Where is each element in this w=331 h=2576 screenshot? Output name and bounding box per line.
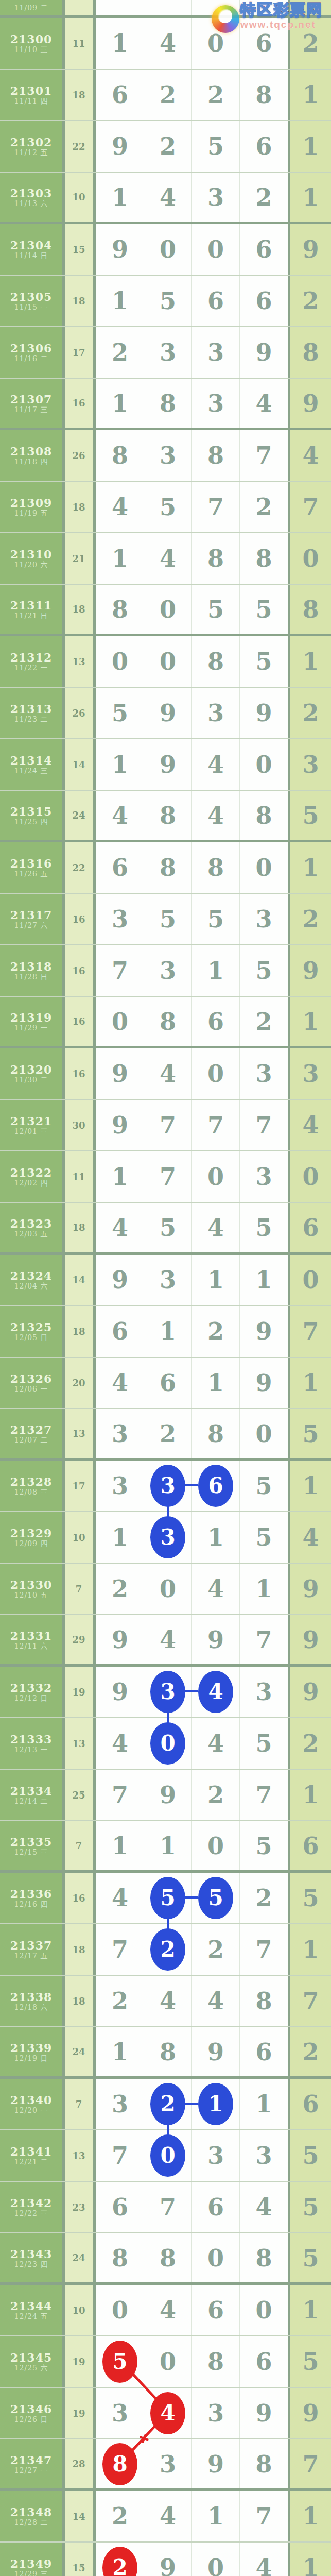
digit-cell: 8 (240, 2439, 290, 2488)
digit-value: 4 (112, 804, 128, 827)
period-number: 21345 (10, 2352, 53, 2363)
draw-row-21301: 2130111/11 四1862281 (0, 70, 331, 121)
highlighted-digit-blue: 2 (150, 1928, 185, 1971)
digit-cell: 3 (192, 2130, 240, 2181)
digit-value: 9 (255, 1371, 272, 1395)
digit-value: 7 (255, 1628, 272, 1652)
digit-value: 7 (255, 1113, 272, 1137)
sum-value: 18 (72, 502, 85, 513)
draw-row-21343: 2134312/23 四2488085 (0, 2233, 331, 2285)
digit-value: 3 (207, 392, 224, 415)
sum-cell: 28 (65, 2439, 96, 2488)
digit-value: 4 (255, 392, 272, 415)
sum-value: 15 (72, 2563, 85, 2573)
digit-value: 5 (302, 2195, 319, 2219)
digit-value: 4 (207, 753, 224, 776)
digit-value: 0 (255, 856, 272, 879)
sum-value: 24 (72, 810, 85, 821)
digit-cell: 8 (144, 791, 192, 840)
digit-value: 7 (160, 1165, 176, 1189)
digit-value: 8 (112, 444, 128, 467)
digit-value: 1 (207, 1268, 224, 1292)
digit-value: 4 (302, 1113, 319, 1137)
period-number: 21328 (10, 1476, 53, 1487)
digit-cell: 8 (240, 2233, 290, 2282)
digit-cell: 6 (240, 2027, 290, 2076)
digit-cell: 5 (144, 1873, 192, 1923)
period-number: 21343 (10, 2248, 53, 2260)
draw-date: 12/16 四 (14, 1901, 48, 1908)
digit-value: 9 (160, 1783, 176, 1807)
draw-date: 12/05 日 (14, 1334, 48, 1341)
digit-cell: 6 (240, 18, 290, 69)
draw-date: 12/08 三 (14, 1488, 48, 1496)
draw-row-21315: 2131511/25 四2448485 (0, 791, 331, 842)
draw-row-21311: 2131111/21 日1880558 (0, 585, 331, 636)
digit-value: 1 (302, 1474, 319, 1498)
sum-value: 22 (72, 141, 85, 152)
digit-cell: 9 (240, 2388, 290, 2438)
sum-value: 18 (72, 296, 85, 307)
digit-cell: 8 (96, 2233, 144, 2282)
digit-value: 3 (255, 1165, 272, 1189)
sum-cell: 24 (65, 791, 96, 840)
digit-value: 4 (255, 2556, 272, 2576)
period-number: 21323 (10, 1218, 53, 1229)
period-number: 21337 (10, 1940, 53, 1951)
period-cell: 2132412/04 六 (0, 1255, 65, 1305)
period-cell: 2134612/26 日 (0, 2388, 65, 2438)
digit-cell: 1 (96, 173, 144, 222)
draw-row-21349: 2134912/29 三1529041 (0, 2543, 331, 2576)
digit-cell: 1 (96, 276, 144, 326)
digit-value: 1 (207, 959, 224, 982)
sum-value: 13 (72, 2150, 85, 2161)
digit-cell: 3 (144, 327, 192, 378)
digit-value: 3 (255, 1062, 272, 1086)
draw-date: 11/29 一 (14, 1024, 48, 1031)
draw-date: 12/20 一 (14, 2107, 48, 2114)
highlighted-digit-blue: 1 (198, 2083, 233, 2125)
draw-row-21331: 2133112/11 六2994979 (0, 1615, 331, 1667)
digit-value: 4 (160, 1062, 176, 1086)
digit-cell: 5 (290, 1409, 331, 1458)
draw-row-21348: 2134812/28 二1424171 (0, 2491, 331, 2543)
draw-row-21328: 2132812/08 三1733651 (0, 1461, 331, 1512)
draw-date: 12/14 二 (14, 1798, 48, 1805)
digit-value: 3 (207, 701, 224, 725)
digit-value: 9 (112, 1062, 128, 1086)
draw-row-21300: 2130011/10 三1114062 (0, 18, 331, 70)
digit-value: 0 (207, 2556, 224, 2576)
digit-cell: 0 (144, 224, 192, 275)
digit-cell: 3 (240, 894, 290, 944)
connector-horizontal (185, 1690, 198, 1692)
digit-value: 9 (160, 2556, 176, 2576)
sum-cell: 19 (65, 2336, 96, 2387)
digit-cell: 8 (144, 842, 192, 893)
draw-date: 12/26 日 (14, 2416, 48, 2423)
period-cell: 2130411/14 日 (0, 224, 65, 275)
draw-date: 11/20 六 (14, 561, 48, 568)
digit-cell: 4 (144, 2491, 192, 2541)
digit-value: 3 (207, 2144, 224, 2167)
digit-value: 8 (207, 1422, 224, 1446)
highlighted-digit-blue: 5 (150, 1877, 185, 1919)
digit-cell: 9 (240, 1358, 290, 1408)
digit-cell: 4 (290, 1512, 331, 1563)
sum-cell: 7 (65, 1564, 96, 1614)
period-number: 21344 (10, 2300, 53, 2312)
sum-cell: 14 (65, 739, 96, 790)
digit-cell: 4 (144, 1976, 192, 2026)
draw-row-21308: 2130811/18 四2683874 (0, 430, 331, 482)
digit-value: 0 (160, 650, 176, 673)
digit-cell: 2 (290, 2027, 331, 2076)
digit-value: 5 (255, 650, 272, 673)
digit-cell: 3 (96, 2388, 144, 2438)
sum-value: 14 (72, 759, 85, 770)
period-number: 21333 (10, 1734, 53, 1745)
digit-cell: 9 (192, 2027, 240, 2076)
digit-value: 4 (160, 1989, 176, 2013)
highlighted-digit-blue: 6 (198, 1465, 233, 1507)
digit-value: 7 (112, 2144, 128, 2167)
digit-value: 2 (302, 31, 319, 55)
digit-value: 8 (302, 598, 319, 621)
digit-cell: 8 (240, 1976, 290, 2026)
digit-cell: 4 (96, 1873, 144, 1923)
digit-cell: 3 (144, 1461, 192, 1511)
period-cell: 2132812/08 三 (0, 1461, 65, 1511)
digit-value: 7 (255, 444, 272, 467)
draw-date: 12/29 三 (14, 2570, 48, 2576)
digit-value: 1 (302, 1938, 319, 1961)
digit-value: 5 (255, 598, 272, 621)
draw-row-21316: 2131611/26 五2268801 (0, 842, 331, 894)
period-cell: 2131411/24 三 (0, 739, 65, 790)
digit-cell: 9 (290, 2388, 331, 2438)
period-cell: 2130611/16 二 (0, 327, 65, 378)
period-cell: 11/09 二 (0, 0, 65, 15)
sum-cell: 17 (65, 1461, 96, 1511)
digit-value: 1 (302, 185, 319, 209)
draw-row-21324: 2132412/04 六1493110 (0, 1255, 331, 1306)
digit-cell: 1 (96, 739, 144, 790)
draw-date: 11/15 一 (14, 303, 48, 311)
highlighted-digit-blue: 0 (150, 2134, 185, 2177)
digit-cell: 6 (144, 1358, 192, 1408)
draw-row-21326: 2132612/06 一2046191 (0, 1358, 331, 1409)
digit-value: 8 (160, 804, 176, 827)
draw-date: 12/12 日 (14, 1694, 48, 1702)
digit-value: 5 (302, 2144, 319, 2167)
digit-value: 7 (302, 2452, 319, 2476)
period-number: 21342 (10, 2197, 53, 2209)
digit-value: 5 (160, 289, 176, 313)
digit-value: 8 (207, 444, 224, 467)
digit-value: 4 (112, 1216, 128, 1240)
digit-cell: 8 (96, 430, 144, 481)
digit-value: 7 (255, 1783, 272, 1807)
digit-cell: 0 (290, 533, 331, 584)
digit-cell: 1 (96, 1821, 144, 1870)
digit-cell: 7 (290, 1976, 331, 2026)
digit-cell: 0 (192, 2543, 240, 2576)
digit-cell: 0 (192, 1151, 240, 1202)
digit-value: 0 (207, 1165, 224, 1189)
sum-cell: 15 (65, 2543, 96, 2576)
sum-value: 23 (72, 2202, 85, 2213)
digit-value: 7 (302, 1989, 319, 2013)
draw-date: 12/01 三 (14, 1128, 48, 1135)
digit-cell: 6 (96, 1306, 144, 1357)
digit-cell: 3 (144, 1255, 192, 1305)
draw-row-21334: 2133412/14 二2579271 (0, 1770, 331, 1821)
digit-value: 4 (207, 1216, 224, 1240)
digit-value: 9 (302, 959, 319, 982)
lottery-trend-chart: 11/09 二2130011/10 三11140622130111/11 四18… (0, 0, 331, 2576)
digit-value: 8 (207, 547, 224, 570)
draw-date: 11/13 六 (14, 200, 48, 207)
highlighted-digit-blue: 4 (198, 1671, 233, 1713)
digit-value: 7 (255, 1938, 272, 1961)
period-cell: 2130711/17 三 (0, 379, 65, 428)
digit-cell: 3 (96, 1461, 144, 1511)
digit-value: 3 (160, 1268, 176, 1292)
digit-cell: 8 (144, 997, 192, 1046)
period-cell: 2133512/15 三 (0, 1821, 65, 1870)
draw-row-21327: 2132712/07 二1332805 (0, 1409, 331, 1461)
digit-value: 5 (302, 2350, 319, 2374)
digit-cell: 7 (96, 945, 144, 996)
digit-cell: 4 (96, 1358, 144, 1408)
digit-cell: 8 (192, 842, 240, 893)
period-number: 21312 (10, 652, 53, 663)
digit-value: 8 (207, 856, 224, 879)
digit-cell: 4 (144, 1615, 192, 1664)
digit-value: 0 (160, 238, 176, 261)
digit-cell: 0 (240, 1409, 290, 1458)
digit-value: 1 (112, 289, 128, 313)
digit-cell: 5 (290, 2336, 331, 2387)
period-cell: 2134712/27 一 (0, 2439, 65, 2488)
sum-cell: 14 (65, 2491, 96, 2541)
digit-value: 4 (160, 31, 176, 55)
period-cell: 2131511/25 四 (0, 791, 65, 840)
sum-cell: 21 (65, 533, 96, 584)
period-cell: 2131111/21 日 (0, 585, 65, 634)
digit-value: 4 (207, 1732, 224, 1755)
digit-cell: 4 (144, 173, 192, 222)
digit-cell: 9 (144, 2543, 192, 2576)
digit-cell: 2 (96, 1976, 144, 2026)
digit-cell: 8 (144, 2027, 192, 2076)
digit-cell: 1 (96, 379, 144, 428)
draw-row-21303: 2130311/13 六1014321 (0, 173, 331, 224)
digit-value: 7 (302, 1319, 319, 1343)
digit-value: 2 (112, 2504, 128, 2528)
digit-value: 1 (112, 1526, 128, 1549)
digit-cell: 5 (290, 791, 331, 840)
digit-value: 0 (160, 598, 176, 621)
digit-cell: 6 (240, 224, 290, 275)
draw-date: 12/22 三 (14, 2210, 48, 2217)
sum-cell: 16 (65, 945, 96, 996)
period-cell: 2132912/09 四 (0, 1512, 65, 1563)
digit-cell: 4 (144, 1048, 192, 1099)
digit-cell: 1 (240, 2079, 290, 2129)
draw-row-21329: 2132912/09 四1013154 (0, 1512, 331, 1564)
period-cell: 2133712/17 五 (0, 1924, 65, 1975)
draw-date: 11/27 六 (14, 922, 48, 929)
digit-value: 2 (207, 1783, 224, 1807)
digit-cell: 9 (96, 1100, 144, 1150)
digit-value: 3 (255, 1680, 272, 1704)
digit-value: 7 (160, 1113, 176, 1137)
period-number: 21330 (10, 1579, 53, 1590)
period-number: 21324 (10, 1270, 53, 1281)
period-cell: 2134512/25 六 (0, 2336, 65, 2387)
digit-value: 5 (207, 907, 224, 931)
digit-cell: 3 (290, 1048, 331, 1099)
draw-date: 12/18 六 (14, 2004, 48, 2011)
period-number: 21318 (10, 961, 53, 972)
digit-value: 0 (207, 1062, 224, 1086)
draw-row-21332: 2133212/12 日1993439 (0, 1667, 331, 1718)
digit-cell: 0 (96, 997, 144, 1046)
digit-cell: 7 (290, 482, 331, 532)
digit-cell (192, 0, 240, 15)
digit-value: 0 (255, 2298, 272, 2322)
sum-cell: 18 (65, 1203, 96, 1252)
digit-cell: 4 (144, 2285, 192, 2335)
digit-cell: 2 (290, 688, 331, 738)
draw-row-21318: 2131811/28 日1673159 (0, 945, 331, 997)
digit-value: 1 (112, 1165, 128, 1189)
sum-cell: 22 (65, 121, 96, 172)
digit-value: 4 (160, 185, 176, 209)
sum-value: 29 (72, 1634, 85, 1645)
digit-cell: 2 (192, 1770, 240, 1820)
draw-date: 12/02 四 (14, 1179, 48, 1187)
digit-value: 5 (255, 1834, 272, 1858)
digit-cell: 1 (290, 2543, 331, 2576)
draw-row-21302: 2130211/12 五2292561 (0, 121, 331, 173)
digit-cell: 0 (192, 1048, 240, 1099)
sum-cell: 13 (65, 636, 96, 687)
digit-cell: 6 (192, 276, 240, 326)
digit-value: 9 (302, 1628, 319, 1652)
digit-cell: 1 (290, 121, 331, 172)
highlighted-digit-red: 4 (150, 2392, 185, 2434)
digit-value: 5 (302, 1886, 319, 1910)
digit-cell: 8 (192, 430, 240, 481)
draw-row-21322: 2132212/02 四1117030 (0, 1151, 331, 1203)
digit-cell: 7 (240, 1100, 290, 1150)
digit-cell: 6 (192, 1461, 240, 1511)
digit-cell: 5 (240, 1203, 290, 1252)
period-cell: 2131711/27 六 (0, 894, 65, 944)
digit-value: 9 (112, 1268, 128, 1292)
digit-cell: 4 (192, 1718, 240, 1769)
digit-cell: 1 (290, 2285, 331, 2335)
digit-cell: 2 (96, 327, 144, 378)
digit-cell: 0 (240, 2285, 290, 2335)
digit-cell: 1 (290, 1924, 331, 1975)
draw-date: 11/19 五 (14, 510, 48, 517)
period-cell: 2131911/29 一 (0, 997, 65, 1046)
digit-cell: 8 (290, 327, 331, 378)
digit-cell: 4 (96, 1718, 144, 1769)
digit-value: 6 (207, 1010, 224, 1033)
sum-cell: 13 (65, 2130, 96, 2181)
sum-value: 16 (72, 1016, 85, 1027)
draw-row-21305: 2130511/15 一1815662 (0, 276, 331, 327)
draw-date: 12/15 三 (14, 1849, 48, 1856)
digit-cell: 1 (240, 1255, 290, 1305)
draw-date: 11/24 三 (14, 767, 48, 774)
draw-row-21347: 2134712/27 一2883987 (0, 2439, 331, 2491)
digit-cell: 3 (96, 894, 144, 944)
digit-value: 3 (207, 2401, 224, 2425)
digit-value: 3 (112, 1474, 128, 1498)
digit-value: 7 (302, 495, 319, 519)
digit-cell: 4 (240, 2543, 290, 2576)
digit-cell: 2 (240, 997, 290, 1046)
digit-cell: 9 (290, 1615, 331, 1664)
sum-cell: 16 (65, 1873, 96, 1923)
digit-value: 9 (302, 392, 319, 415)
digit-value: 9 (207, 2040, 224, 2064)
digit-value: 5 (302, 1422, 319, 1446)
draw-date: 11/14 日 (14, 252, 48, 259)
draw-row-11/09 二: 11/09 二 (0, 0, 331, 18)
sum-cell: 24 (65, 2233, 96, 2282)
period-number: 21306 (10, 343, 53, 354)
period-number: 21341 (10, 2146, 53, 2157)
digit-cell: 4 (290, 430, 331, 481)
period-number: 21316 (10, 858, 53, 869)
period-cell: 2134312/23 四 (0, 2233, 65, 2282)
digit-cell: 0 (192, 2233, 240, 2282)
digit-cell: 8 (240, 70, 290, 120)
period-number: 21301 (10, 85, 53, 96)
period-cell: 2133112/11 六 (0, 1615, 65, 1664)
digit-cell: 5 (144, 482, 192, 532)
period-cell: 2132212/02 四 (0, 1151, 65, 1202)
sum-cell: 25 (65, 1770, 96, 1820)
digit-value: 9 (302, 238, 319, 261)
digit-value: 3 (160, 2452, 176, 2476)
digit-value: 1 (302, 856, 319, 879)
digit-cell: 7 (240, 430, 290, 481)
digit-cell: 1 (290, 2491, 331, 2541)
digit-value: 8 (160, 1010, 176, 1033)
digit-value: 4 (302, 1526, 319, 1549)
digit-cell: 0 (290, 1151, 331, 1202)
sum-value: 16 (72, 965, 85, 976)
digit-cell: 1 (144, 1306, 192, 1357)
digit-cell: 3 (144, 430, 192, 481)
digit-value: 2 (302, 2040, 319, 2064)
period-number: 21331 (10, 1630, 53, 1641)
period-number: 21346 (10, 2403, 53, 2415)
digit-value: 5 (207, 134, 224, 158)
digit-value: 0 (160, 1577, 176, 1601)
digit-value: 2 (255, 1886, 272, 1910)
digit-value: 3 (255, 2144, 272, 2167)
